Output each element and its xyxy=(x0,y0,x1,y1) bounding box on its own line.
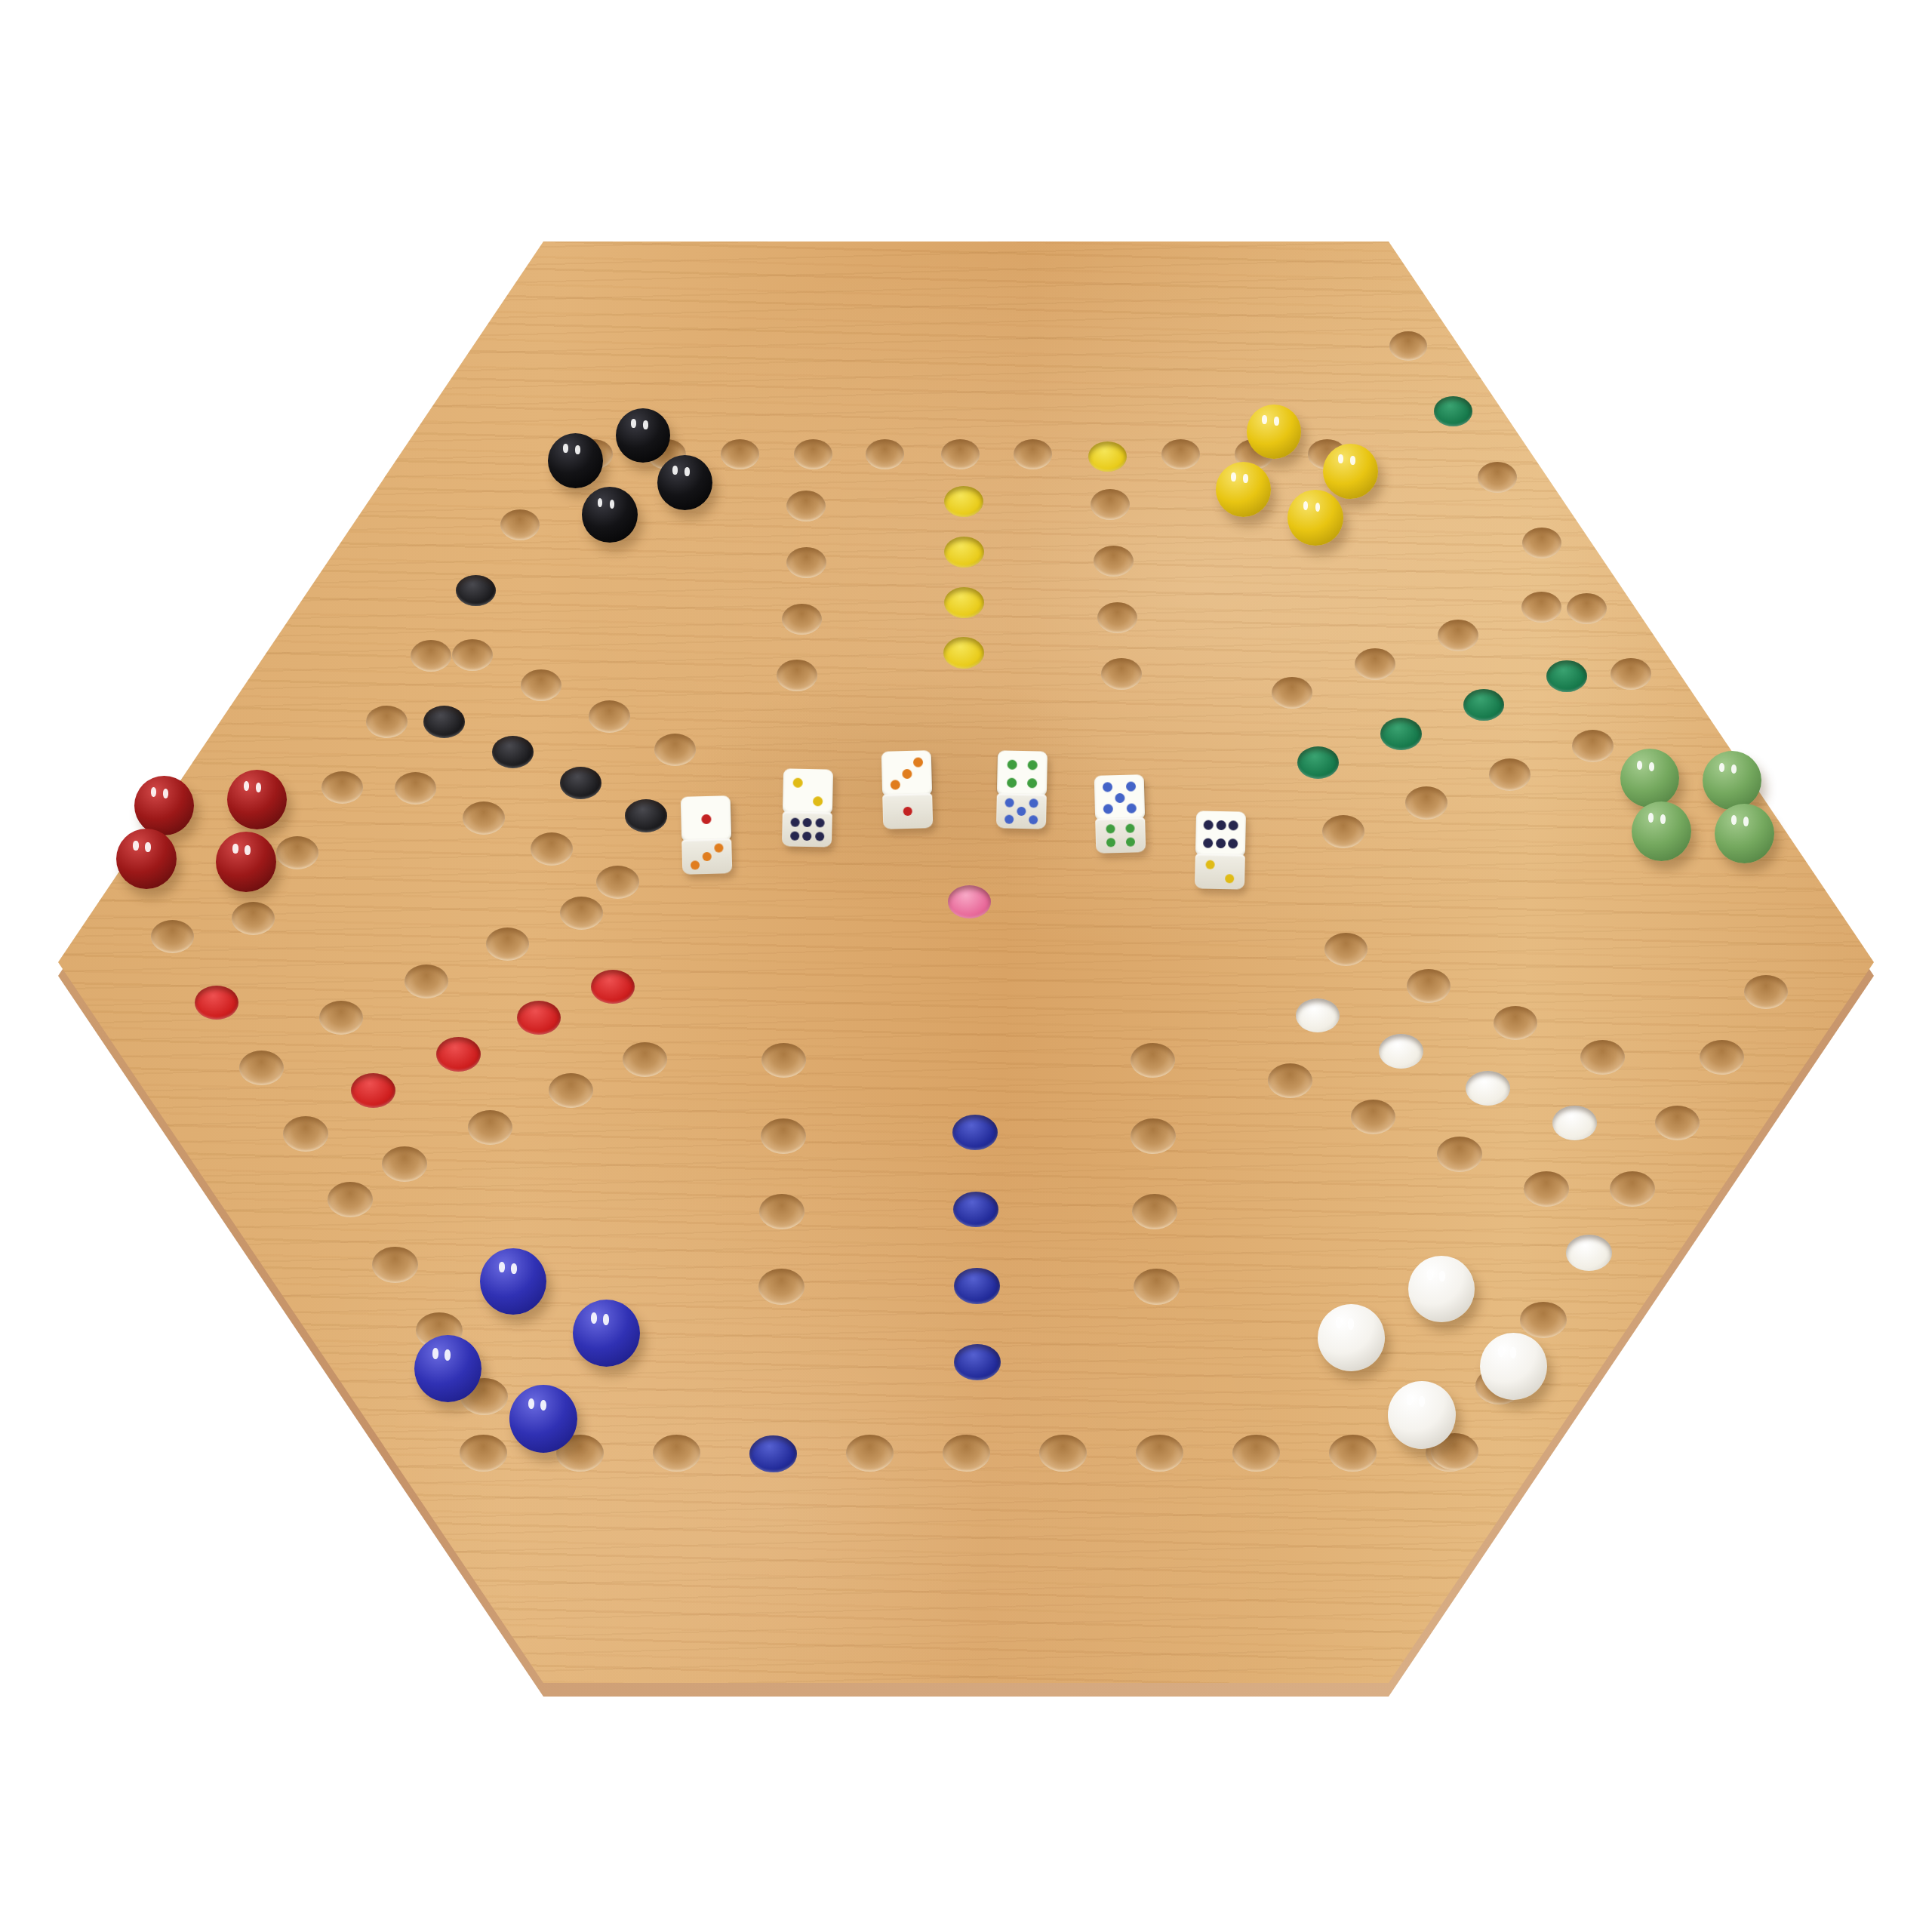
die-pip-blue xyxy=(1103,804,1112,814)
die-top-face xyxy=(783,768,833,814)
dice-layer xyxy=(0,0,1932,1932)
die-pip-green xyxy=(1106,824,1115,833)
die-pip-blue xyxy=(1126,782,1136,792)
die-pip-navy xyxy=(790,817,799,826)
die-top-face xyxy=(1094,774,1146,821)
die-pip-blue xyxy=(1029,815,1038,824)
die-top-face xyxy=(1195,811,1246,857)
die-3-showing-3[interactable] xyxy=(881,750,934,829)
die-pip-navy xyxy=(1216,820,1226,829)
die-top-face xyxy=(881,750,933,797)
die-front-face xyxy=(1095,817,1146,854)
die-pip-navy xyxy=(1216,838,1226,848)
die-pip-green xyxy=(1027,778,1037,788)
die-1-showing-1[interactable] xyxy=(681,795,733,875)
die-pip-navy xyxy=(1229,820,1238,830)
die-6-showing-6[interactable] xyxy=(1195,811,1246,889)
die-pip-green xyxy=(1126,823,1135,832)
die-front-face xyxy=(782,811,832,847)
die-pip-red xyxy=(701,814,711,823)
die-front-face xyxy=(681,838,732,875)
die-pip-yellow xyxy=(1225,874,1234,883)
die-top-face xyxy=(997,750,1048,796)
die-pip-green xyxy=(1008,759,1017,769)
die-pip-green xyxy=(1126,838,1135,847)
die-pip-navy xyxy=(1203,838,1213,848)
die-pip-navy xyxy=(1204,820,1214,829)
die-pip-orange xyxy=(691,860,700,869)
die-2-showing-2[interactable] xyxy=(782,768,833,847)
die-pip-orange xyxy=(703,852,712,861)
die-5-showing-5[interactable] xyxy=(1094,774,1146,854)
die-pip-yellow xyxy=(1205,860,1214,869)
die-pip-yellow xyxy=(793,777,803,787)
die-front-face xyxy=(882,793,933,829)
die-pip-green xyxy=(1106,838,1115,847)
die-pip-red xyxy=(903,807,912,816)
die-pip-orange xyxy=(714,843,723,852)
die-pip-blue xyxy=(1103,782,1112,792)
die-top-face xyxy=(681,795,732,842)
die-4-showing-4[interactable] xyxy=(996,750,1048,829)
aggravation-board-photo xyxy=(0,0,1932,1932)
die-pip-blue xyxy=(1029,798,1038,808)
die-pip-blue xyxy=(1004,815,1014,824)
die-pip-orange xyxy=(913,758,923,768)
die-pip-navy xyxy=(815,818,824,827)
die-pip-blue xyxy=(1017,807,1026,816)
die-pip-blue xyxy=(1115,792,1124,802)
die-pip-yellow xyxy=(813,796,823,806)
die-pip-blue xyxy=(1005,798,1014,807)
die-pip-green xyxy=(1007,777,1017,787)
die-pip-navy xyxy=(790,832,799,841)
die-pip-navy xyxy=(802,832,811,841)
die-pip-navy xyxy=(802,818,811,827)
die-pip-orange xyxy=(902,768,912,778)
die-pip-navy xyxy=(815,832,824,841)
die-pip-orange xyxy=(890,780,900,789)
die-front-face xyxy=(1195,854,1245,889)
die-pip-navy xyxy=(1228,838,1238,848)
die-front-face xyxy=(996,793,1047,829)
die-pip-blue xyxy=(1127,803,1137,813)
die-pip-green xyxy=(1027,760,1037,770)
